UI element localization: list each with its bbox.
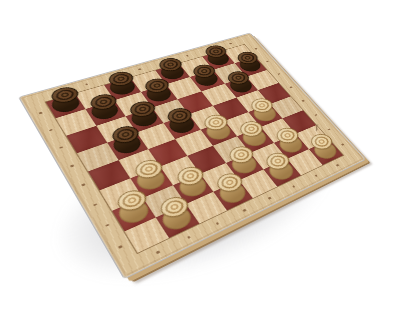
checkers-board: ʃ	[18, 33, 366, 280]
dark-checker-r2c2[interactable]	[89, 102, 122, 123]
dark-checker-r3c7[interactable]	[227, 78, 256, 96]
dark-checker-r2c6[interactable]	[193, 71, 222, 89]
light-checker-r5c5[interactable]	[203, 122, 234, 144]
product-photo-scene: ʃ	[0, 0, 400, 320]
dark-checker-r1c1[interactable]	[49, 95, 83, 116]
light-checker-r8c6[interactable]	[266, 161, 298, 185]
light-checker-r8c4[interactable]	[216, 182, 250, 208]
pieces-layer	[19, 33, 365, 278]
light-checker-r8c8[interactable]	[311, 142, 341, 164]
dark-checker-r4c2[interactable]	[110, 134, 144, 158]
dark-checker-r4c4[interactable]	[166, 116, 198, 137]
light-checker-r7c1[interactable]	[115, 200, 153, 229]
light-checker-r8c2[interactable]	[159, 206, 196, 235]
